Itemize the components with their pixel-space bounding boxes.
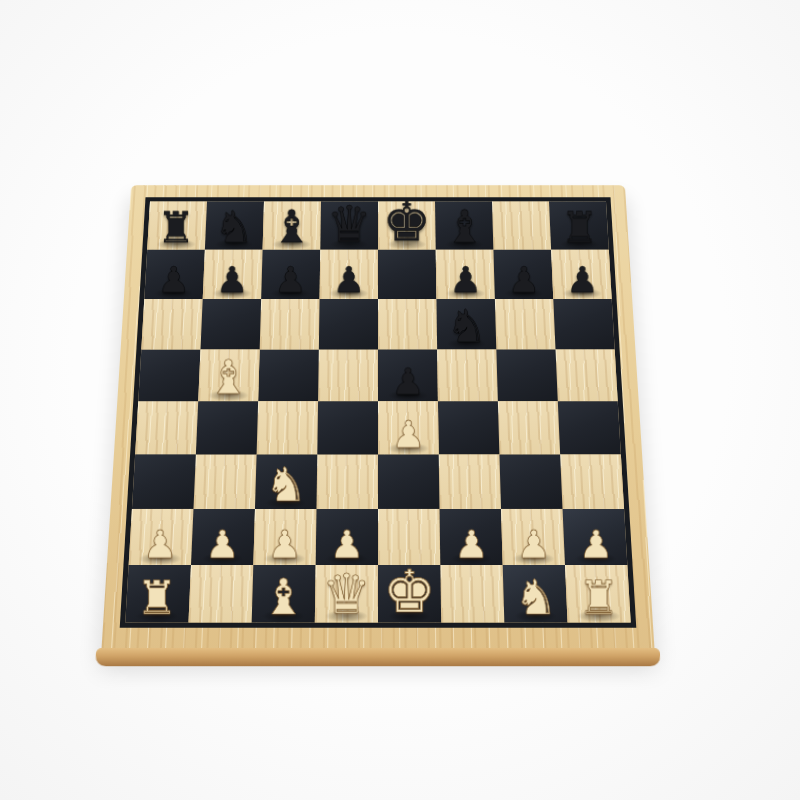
black-pawn-f7[interactable]: ♟ [449,262,481,298]
square-d8[interactable]: ♛ [320,202,378,250]
square-a2[interactable]: ♟ [129,509,194,565]
square-c3[interactable]: ♞ [255,454,317,509]
white-pawn-h2[interactable]: ♟ [579,526,613,564]
black-queen-d8[interactable]: ♛ [327,199,372,249]
square-d3[interactable] [316,454,378,509]
square-d2[interactable]: ♟ [316,509,378,565]
white-bishop-c1[interactable]: ♝ [261,572,305,621]
black-king-e8[interactable]: ♚ [383,195,431,249]
square-b8[interactable]: ♞ [205,202,264,250]
square-b1[interactable] [188,565,253,623]
square-a8[interactable]: ♜ [147,202,207,250]
square-d4[interactable] [317,401,378,454]
black-rook-h8[interactable]: ♜ [561,207,599,249]
square-b6[interactable] [200,299,261,350]
square-f4[interactable] [438,401,499,454]
square-e4[interactable]: ♟ [378,401,439,454]
square-g1[interactable]: ♞ [503,565,568,623]
white-pawn-a2[interactable]: ♟ [143,526,177,564]
white-rook-h1[interactable]: ♜ [578,575,619,621]
square-c7[interactable]: ♟ [261,250,320,299]
square-e1[interactable]: ♚ [378,565,441,623]
white-pawn-g2[interactable]: ♟ [516,526,550,564]
square-h6[interactable] [553,299,614,350]
black-knight-b8[interactable]: ♞ [214,205,254,249]
black-bishop-c8[interactable]: ♝ [271,204,311,249]
square-a4[interactable] [135,401,198,454]
square-a5[interactable] [138,349,200,401]
square-h5[interactable] [556,349,618,401]
square-e7[interactable] [378,250,436,299]
white-pawn-f2[interactable]: ♟ [454,526,488,564]
photo-background: ♜♞♝♛♚♝♜♟♟♟♟♟♟♟♞♝♟♟♞♟♟♟♟♟♟♟♜♝♛♚♞♜ [0,0,800,800]
square-e8[interactable]: ♚ [378,202,436,250]
square-b2[interactable]: ♟ [191,509,255,565]
square-g2[interactable]: ♟ [501,509,565,565]
square-a1[interactable]: ♜ [125,565,191,623]
square-h7[interactable]: ♟ [551,250,612,299]
black-pawn-c7[interactable]: ♟ [274,262,306,298]
white-knight-g1[interactable]: ♞ [514,573,557,621]
square-g3[interactable] [499,454,562,509]
square-b5[interactable]: ♝ [198,349,259,401]
white-bishop-b5[interactable]: ♝ [207,354,249,401]
board-frame: ♜♞♝♛♚♝♜♟♟♟♟♟♟♟♞♝♟♟♞♟♟♟♟♟♟♟♜♝♛♚♞♜ [120,197,637,628]
square-h3[interactable] [560,454,624,509]
square-d6[interactable] [319,299,378,350]
white-pawn-b2[interactable]: ♟ [205,526,239,564]
square-g5[interactable] [496,349,557,401]
white-pawn-d2[interactable]: ♟ [330,526,364,564]
square-c6[interactable] [260,299,320,350]
white-rook-a1[interactable]: ♜ [136,575,177,621]
square-f6[interactable]: ♞ [436,299,496,350]
chess-board: ♜♞♝♛♚♝♜♟♟♟♟♟♟♟♞♝♟♟♞♟♟♟♟♟♟♟♜♝♛♚♞♜ [57,163,700,681]
white-knight-c3[interactable]: ♞ [265,461,307,508]
square-b7[interactable]: ♟ [203,250,263,299]
square-e6[interactable] [378,299,437,350]
square-h1[interactable]: ♜ [565,565,631,623]
square-b4[interactable] [196,401,258,454]
square-g7[interactable]: ♟ [493,250,553,299]
square-a6[interactable] [141,299,202,350]
square-h4[interactable] [558,401,621,454]
square-c1[interactable]: ♝ [252,565,316,623]
square-g6[interactable] [495,299,556,350]
white-king-e1[interactable]: ♚ [383,563,436,622]
square-f1[interactable] [440,565,504,623]
square-e5[interactable]: ♟ [378,349,438,401]
white-pawn-c2[interactable]: ♟ [267,526,301,564]
square-c8[interactable]: ♝ [263,202,321,250]
black-knight-f6[interactable]: ♞ [446,303,487,348]
black-pawn-g7[interactable]: ♟ [508,262,540,298]
square-a3[interactable] [132,454,196,509]
black-bishop-f8[interactable]: ♝ [444,204,484,249]
black-pawn-a7[interactable]: ♟ [158,262,190,298]
white-queen-d1[interactable]: ♛ [322,567,371,622]
square-f3[interactable] [439,454,501,509]
black-pawn-e5[interactable]: ♟ [391,363,424,400]
black-pawn-b7[interactable]: ♟ [216,262,248,298]
square-d5[interactable] [318,349,378,401]
square-f7[interactable]: ♟ [436,250,495,299]
square-d1[interactable]: ♛ [315,565,378,623]
square-c4[interactable] [257,401,318,454]
black-rook-a8[interactable]: ♜ [157,207,195,249]
board-grid: ♜♞♝♛♚♝♜♟♟♟♟♟♟♟♞♝♟♟♞♟♟♟♟♟♟♟♜♝♛♚♞♜ [125,202,630,623]
square-b3[interactable] [193,454,256,509]
square-f2[interactable]: ♟ [440,509,503,565]
square-c2[interactable]: ♟ [253,509,316,565]
square-f8[interactable]: ♝ [435,202,493,250]
black-pawn-h7[interactable]: ♟ [566,262,598,298]
square-h8[interactable]: ♜ [549,202,609,250]
square-d7[interactable]: ♟ [320,250,378,299]
black-pawn-d7[interactable]: ♟ [333,262,365,298]
square-g4[interactable] [498,401,560,454]
square-g8[interactable] [492,202,551,250]
square-a7[interactable]: ♟ [144,250,205,299]
square-c5[interactable] [258,349,319,401]
square-f5[interactable] [437,349,498,401]
square-h2[interactable]: ♟ [563,509,628,565]
white-pawn-e4[interactable]: ♟ [392,416,426,453]
board-wooden-border: ♜♞♝♛♚♝♜♟♟♟♟♟♟♟♞♝♟♟♞♟♟♟♟♟♟♟♜♝♛♚♞♜ [101,185,655,653]
square-e3[interactable] [378,454,440,509]
